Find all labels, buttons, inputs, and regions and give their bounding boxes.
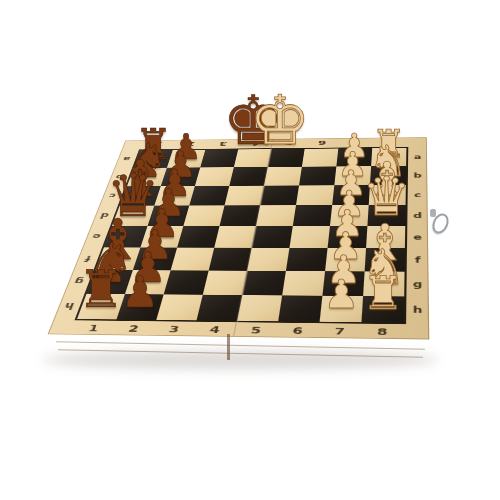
coordinate-label-6: 6 (305, 138, 340, 148)
coordinate-label-7: 7 (338, 138, 372, 148)
square-a4 (234, 149, 271, 167)
chess-board: 12345678 12345678 abcdefgh abcdefgh (48, 137, 430, 339)
square-c4 (225, 186, 264, 206)
square-c7 (332, 185, 370, 205)
chess-set-product-photo: 12345678 12345678 abcdefgh abcdefgh ♜♞♝♛… (0, 0, 500, 500)
square-d7 (330, 205, 369, 226)
square-h7 (320, 296, 363, 322)
coordinate-label-e: e (407, 226, 428, 248)
square-f6 (286, 248, 328, 271)
coordinate-label-1: 1 (141, 140, 176, 149)
square-f3 (171, 248, 215, 271)
square-b2 (161, 167, 200, 186)
square-c5 (260, 185, 299, 205)
square-c6 (296, 185, 334, 205)
coordinate-label-3: 3 (206, 139, 241, 149)
square-a5 (268, 149, 305, 167)
coordinate-label-g: g (406, 272, 428, 297)
square-g4 (203, 271, 247, 296)
square-d8 (367, 205, 405, 226)
square-b6 (299, 166, 336, 185)
square-e5 (252, 226, 293, 248)
coordinate-label-2: 2 (173, 140, 208, 150)
coordinate-label-h: h (406, 296, 429, 323)
square-b3 (195, 167, 234, 186)
square-a6 (302, 149, 338, 167)
square-d4 (220, 205, 261, 226)
square-c3 (189, 186, 229, 206)
coordinate-label-a: a (408, 148, 427, 166)
clasp-stem-icon (430, 209, 436, 217)
square-a2 (167, 150, 205, 168)
square-b8 (370, 166, 406, 185)
square-d6 (293, 205, 332, 226)
square-e4 (214, 226, 256, 248)
coordinate-label-8: 8 (372, 138, 406, 148)
square-f5 (247, 248, 289, 271)
square-e6 (289, 226, 329, 248)
coordinate-label-c: c (408, 185, 428, 205)
coordinates-right-edge: abcdefgh (406, 148, 429, 323)
square-g6 (282, 271, 325, 296)
coordinate-label-f: f (407, 248, 429, 272)
square-a8 (371, 148, 406, 166)
square-b5 (264, 167, 302, 186)
coordinate-label-d: d (407, 205, 428, 226)
square-g7 (322, 271, 364, 296)
square-c8 (369, 185, 406, 205)
square-f4 (209, 248, 252, 271)
square-e7 (328, 226, 368, 248)
square-g3 (164, 270, 209, 294)
square-e3 (177, 226, 219, 248)
square-h3 (156, 294, 202, 320)
square-d5 (256, 205, 296, 226)
square-g5 (242, 271, 286, 296)
square-c2 (154, 186, 195, 206)
square-g8 (363, 271, 404, 296)
square-f7 (325, 248, 366, 271)
coordinate-label-b: b (408, 166, 428, 185)
square-b7 (334, 166, 371, 185)
square-h6 (278, 295, 322, 321)
square-e8 (366, 226, 405, 248)
metal-clasp (429, 209, 451, 239)
square-h4 (197, 295, 243, 321)
box-fold-gap (227, 334, 230, 360)
square-h8 (361, 296, 404, 323)
square-a7 (336, 148, 372, 166)
square-f8 (365, 248, 405, 272)
square-d3 (183, 205, 224, 226)
square-b4 (229, 167, 267, 186)
square-h5 (237, 295, 282, 321)
square-a3 (200, 149, 238, 167)
